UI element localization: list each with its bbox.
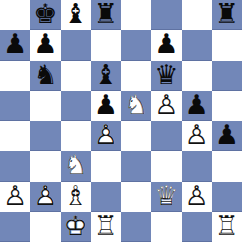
rook-glyph: ♜ [94, 1, 118, 28]
square-c3[interactable]: ♞♘ [61, 151, 91, 181]
square-a3[interactable] [0, 151, 30, 181]
square-e4[interactable] [121, 121, 151, 151]
piece-black-pawn[interactable]: ♟ [212, 121, 242, 151]
square-g6[interactable] [182, 61, 212, 91]
square-g5[interactable]: ♟ [182, 91, 212, 121]
square-g2[interactable]: ♟♙ [182, 182, 212, 212]
square-f6[interactable]: ♛ [151, 61, 181, 91]
square-f3[interactable] [151, 151, 181, 181]
bishop-glyph: ♝ [94, 61, 118, 88]
square-b4[interactable] [30, 121, 60, 151]
square-d6[interactable]: ♝ [91, 61, 121, 91]
piece-black-queen[interactable]: ♛ [151, 61, 181, 91]
square-f4[interactable] [151, 121, 181, 151]
queen-glyph: ♛ [154, 61, 178, 88]
pawn-glyph: ♟ [94, 91, 118, 118]
square-a8[interactable] [0, 0, 30, 30]
square-f7[interactable]: ♟ [151, 30, 181, 60]
square-g4[interactable]: ♟♙ [182, 121, 212, 151]
piece-white-bishop[interactable]: ♝♗ [61, 182, 91, 212]
piece-white-pawn[interactable]: ♟♙ [182, 121, 212, 151]
square-b1[interactable] [30, 212, 60, 242]
square-h7[interactable] [212, 30, 242, 60]
square-c4[interactable] [61, 121, 91, 151]
piece-white-pawn[interactable]: ♟♙ [30, 182, 60, 212]
piece-white-queen[interactable]: ♛♕ [151, 182, 181, 212]
bishop-outline-glyph: ♗ [64, 182, 88, 209]
square-e8[interactable] [121, 0, 151, 30]
piece-black-rook[interactable]: ♜ [212, 0, 242, 30]
square-f2[interactable]: ♛♕ [151, 182, 181, 212]
king-glyph: ♚ [33, 1, 57, 28]
chess-board-container: ♚♝♜♜♟♟♟♞♝♛♟♞♘♟♙♟♟♙♟♙♟♞♘♟♙♟♙♝♗♛♕♟♙♚♔♜♖♜♖ [0, 0, 242, 242]
square-d8[interactable]: ♜ [91, 0, 121, 30]
square-b3[interactable] [30, 151, 60, 181]
square-a4[interactable] [0, 121, 30, 151]
square-b2[interactable]: ♟♙ [30, 182, 60, 212]
square-e1[interactable] [121, 212, 151, 242]
square-h3[interactable] [212, 151, 242, 181]
square-e2[interactable] [121, 182, 151, 212]
square-c2[interactable]: ♝♗ [61, 182, 91, 212]
piece-white-pawn[interactable]: ♟♙ [91, 121, 121, 151]
chess-board: ♚♝♜♜♟♟♟♞♝♛♟♞♘♟♙♟♟♙♟♙♟♞♘♟♙♟♙♝♗♛♕♟♙♚♔♜♖♜♖ [0, 0, 242, 242]
square-e6[interactable] [121, 61, 151, 91]
piece-black-rook[interactable]: ♜ [91, 0, 121, 30]
piece-white-knight[interactable]: ♞♘ [61, 151, 91, 181]
bishop-glyph: ♝ [64, 1, 88, 28]
rook-outline-glyph: ♖ [215, 212, 239, 239]
piece-white-knight[interactable]: ♞♘ [121, 91, 151, 121]
square-d3[interactable] [91, 151, 121, 181]
square-d1[interactable]: ♜♖ [91, 212, 121, 242]
pawn-outline-glyph: ♙ [33, 182, 57, 209]
pawn-glyph: ♟ [33, 31, 57, 58]
square-e7[interactable] [121, 30, 151, 60]
piece-black-knight[interactable]: ♞ [30, 61, 60, 91]
knight-glyph: ♞ [33, 61, 57, 88]
square-b7[interactable]: ♟ [30, 30, 60, 60]
square-c5[interactable] [61, 91, 91, 121]
square-e5[interactable]: ♞♘ [121, 91, 151, 121]
piece-white-pawn[interactable]: ♟♙ [182, 182, 212, 212]
piece-white-pawn[interactable]: ♟♙ [151, 91, 181, 121]
knight-outline-glyph: ♘ [64, 152, 88, 179]
square-d7[interactable] [91, 30, 121, 60]
square-h4[interactable]: ♟ [212, 121, 242, 151]
piece-white-rook[interactable]: ♜♖ [212, 212, 242, 242]
square-a5[interactable] [0, 91, 30, 121]
square-h1[interactable]: ♜♖ [212, 212, 242, 242]
square-f5[interactable]: ♟♙ [151, 91, 181, 121]
piece-white-king[interactable]: ♚♔ [61, 212, 91, 242]
square-h6[interactable] [212, 61, 242, 91]
square-g7[interactable] [182, 30, 212, 60]
pawn-outline-glyph: ♙ [3, 182, 27, 209]
square-d4[interactable]: ♟♙ [91, 121, 121, 151]
square-c7[interactable] [61, 30, 91, 60]
rook-glyph: ♜ [215, 1, 239, 28]
knight-outline-glyph: ♘ [124, 91, 148, 118]
square-c8[interactable]: ♝ [61, 0, 91, 30]
pawn-outline-glyph: ♙ [154, 91, 178, 118]
square-h2[interactable] [212, 182, 242, 212]
piece-white-rook[interactable]: ♜♖ [91, 212, 121, 242]
square-a1[interactable] [0, 212, 30, 242]
piece-black-pawn[interactable]: ♟ [182, 91, 212, 121]
pawn-outline-glyph: ♙ [185, 122, 209, 149]
square-b8[interactable]: ♚ [30, 0, 60, 30]
square-g8[interactable] [182, 0, 212, 30]
pawn-glyph: ♟ [3, 31, 27, 58]
pawn-glyph: ♟ [215, 122, 239, 149]
square-b6[interactable]: ♞ [30, 61, 60, 91]
square-a6[interactable] [0, 61, 30, 91]
pawn-outline-glyph: ♙ [94, 122, 118, 149]
square-d5[interactable]: ♟ [91, 91, 121, 121]
square-d2[interactable] [91, 182, 121, 212]
piece-black-pawn[interactable]: ♟ [0, 30, 30, 60]
piece-black-bishop[interactable]: ♝ [91, 61, 121, 91]
square-c6[interactable] [61, 61, 91, 91]
piece-black-king[interactable]: ♚ [30, 0, 60, 30]
piece-white-pawn[interactable]: ♟♙ [0, 182, 30, 212]
square-b5[interactable] [30, 91, 60, 121]
square-h5[interactable] [212, 91, 242, 121]
square-e3[interactable] [121, 151, 151, 181]
pawn-glyph: ♟ [185, 91, 209, 118]
square-h8[interactable]: ♜ [212, 0, 242, 30]
square-a7[interactable]: ♟ [0, 30, 30, 60]
square-g3[interactable] [182, 151, 212, 181]
pawn-glyph: ♟ [154, 31, 178, 58]
piece-black-pawn[interactable]: ♟ [91, 91, 121, 121]
piece-black-pawn[interactable]: ♟ [151, 30, 181, 60]
square-g1[interactable] [182, 212, 212, 242]
square-a2[interactable]: ♟♙ [0, 182, 30, 212]
king-outline-glyph: ♔ [64, 212, 88, 239]
queen-outline-glyph: ♕ [154, 182, 178, 209]
piece-black-bishop[interactable]: ♝ [61, 0, 91, 30]
square-f1[interactable] [151, 212, 181, 242]
pawn-outline-glyph: ♙ [185, 182, 209, 209]
piece-black-pawn[interactable]: ♟ [30, 30, 60, 60]
rook-outline-glyph: ♖ [94, 212, 118, 239]
square-f8[interactable] [151, 0, 181, 30]
square-c1[interactable]: ♚♔ [61, 212, 91, 242]
